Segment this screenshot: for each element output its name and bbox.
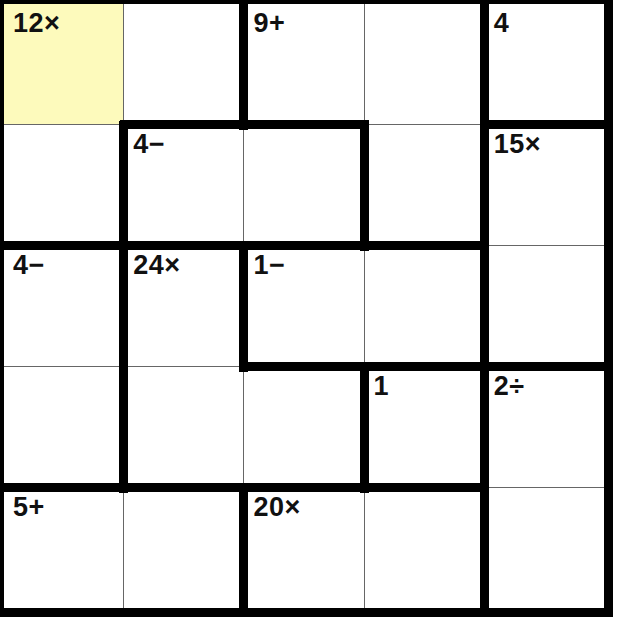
cell-r0c1[interactable] (124, 4, 243, 124)
cell-grid: 12×9+44−15×4−24×1−12÷5+20× (4, 4, 604, 608)
cell-r1c4[interactable]: 15× (485, 125, 604, 245)
cage-clue-D: 4− (133, 130, 165, 158)
cage-clue-G: 24× (133, 251, 180, 279)
cell-r3c2[interactable] (244, 367, 363, 487)
cell-r3c1[interactable] (124, 367, 243, 487)
cell-r1c0[interactable] (4, 125, 123, 245)
cage-clue-L: 20× (253, 493, 300, 521)
cell-r4c2[interactable]: 20× (244, 488, 363, 608)
cage-clue-K: 5+ (13, 493, 45, 521)
cell-r4c4[interactable] (485, 488, 604, 608)
cell-r3c3[interactable]: 1 (365, 367, 484, 487)
cage-clue-I: 1 (374, 372, 390, 400)
cell-r4c3[interactable] (365, 488, 484, 608)
cell-r2c3[interactable] (365, 246, 484, 366)
cage-clue-H: 1− (253, 251, 285, 279)
cell-r2c1[interactable]: 24× (124, 246, 243, 366)
cell-r2c4[interactable] (485, 246, 604, 366)
cell-r3c4[interactable]: 2÷ (485, 367, 604, 487)
cage-clue-E: 15× (494, 130, 541, 158)
cell-r4c0[interactable]: 5+ (4, 488, 123, 608)
cell-r3c0[interactable] (4, 367, 123, 487)
cell-r4c1[interactable] (124, 488, 243, 608)
cage-clue-B: 9+ (253, 9, 285, 37)
cell-r2c0[interactable]: 4− (4, 246, 123, 366)
cell-r0c3[interactable] (365, 4, 484, 124)
cell-r0c4[interactable]: 4 (485, 4, 604, 124)
cage-clue-F: 4− (13, 251, 45, 279)
kenken-board: 12×9+44−15×4−24×1−12÷5+20× (0, 0, 613, 617)
cell-r1c1[interactable]: 4− (124, 125, 243, 245)
cell-r1c2[interactable] (244, 125, 363, 245)
cage-clue-A: 12× (13, 9, 60, 37)
cell-r2c2[interactable]: 1− (244, 246, 363, 366)
cell-r1c3[interactable] (365, 125, 484, 245)
cell-r0c2[interactable]: 9+ (244, 4, 363, 124)
cage-clue-J: 2÷ (494, 372, 525, 400)
cage-clue-C: 4 (494, 9, 510, 37)
cell-r0c0[interactable]: 12× (4, 4, 123, 124)
